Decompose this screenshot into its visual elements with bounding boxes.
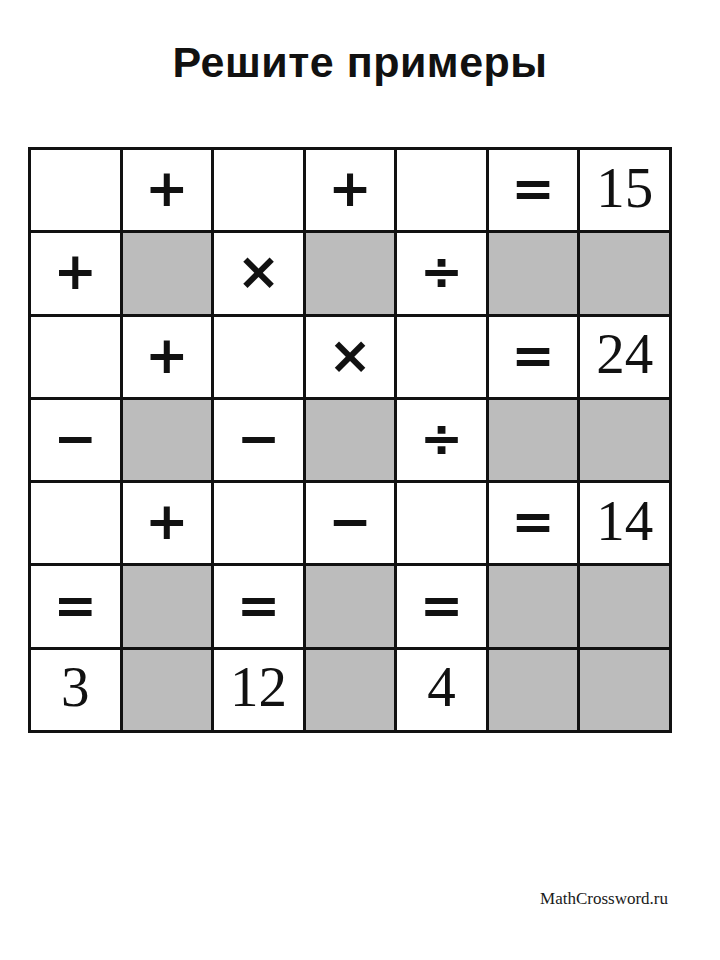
number-cell-r7c1: 3 [31, 650, 120, 730]
number-cell-r5c7: 14 [580, 483, 669, 563]
operator-cell-r3c2: + [123, 317, 212, 397]
operator-cell-r1c6: = [489, 150, 578, 230]
number-cell-r1c7: 15 [580, 150, 669, 230]
blocked-cell-r7c7 [580, 650, 669, 730]
blocked-cell-r4c2 [123, 400, 212, 480]
blocked-cell-r6c4 [306, 566, 395, 646]
puzzle-grid: ++=15+×÷+×=24−−÷+−=14===3124 [28, 147, 672, 733]
operator-cell-r4c5: ÷ [397, 400, 486, 480]
answer-cell-r3c1[interactable] [31, 317, 120, 397]
blocked-cell-r6c7 [580, 566, 669, 646]
operator-cell-r6c3: = [214, 566, 303, 646]
operator-cell-r4c1: − [31, 400, 120, 480]
blocked-cell-r2c7 [580, 233, 669, 313]
blocked-cell-r4c4 [306, 400, 395, 480]
blocked-cell-r7c4 [306, 650, 395, 730]
operator-cell-r5c4: − [306, 483, 395, 563]
blocked-cell-r7c6 [489, 650, 578, 730]
answer-cell-r5c3[interactable] [214, 483, 303, 563]
answer-cell-r5c5[interactable] [397, 483, 486, 563]
answer-cell-r1c5[interactable] [397, 150, 486, 230]
answer-cell-r3c3[interactable] [214, 317, 303, 397]
answer-cell-r3c5[interactable] [397, 317, 486, 397]
blocked-cell-r6c2 [123, 566, 212, 646]
answer-cell-r5c1[interactable] [31, 483, 120, 563]
blocked-cell-r2c2 [123, 233, 212, 313]
operator-cell-r2c5: ÷ [397, 233, 486, 313]
operator-cell-r1c2: + [123, 150, 212, 230]
page-title: Решите примеры [0, 38, 720, 87]
blocked-cell-r2c6 [489, 233, 578, 313]
blocked-cell-r6c6 [489, 566, 578, 646]
page: Решите примеры ++=15+×÷+×=24−−÷+−=14===3… [0, 0, 720, 960]
blocked-cell-r7c2 [123, 650, 212, 730]
operator-cell-r2c3: × [214, 233, 303, 313]
blocked-cell-r2c4 [306, 233, 395, 313]
operator-cell-r5c2: + [123, 483, 212, 563]
operator-cell-r5c6: = [489, 483, 578, 563]
operator-cell-r4c3: − [214, 400, 303, 480]
answer-cell-r1c3[interactable] [214, 150, 303, 230]
number-cell-r7c5: 4 [397, 650, 486, 730]
blocked-cell-r4c7 [580, 400, 669, 480]
watermark-text: MathCrossword.ru [540, 889, 668, 909]
operator-cell-r6c1: = [31, 566, 120, 646]
answer-cell-r1c1[interactable] [31, 150, 120, 230]
number-cell-r3c7: 24 [580, 317, 669, 397]
operator-cell-r6c5: = [397, 566, 486, 646]
operator-cell-r1c4: + [306, 150, 395, 230]
blocked-cell-r4c6 [489, 400, 578, 480]
number-cell-r7c3: 12 [214, 650, 303, 730]
operator-cell-r3c4: × [306, 317, 395, 397]
operator-cell-r2c1: + [31, 233, 120, 313]
operator-cell-r3c6: = [489, 317, 578, 397]
